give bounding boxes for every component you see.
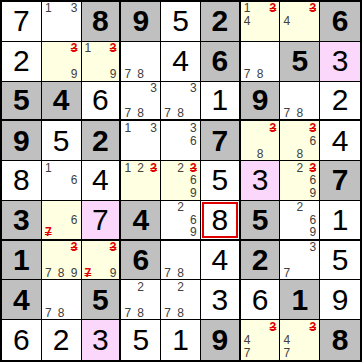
- empty-candidate-slot: [187, 293, 200, 306]
- empty-candidate-slot: [280, 121, 293, 134]
- given-digit: 9: [121, 2, 160, 41]
- cell-r9c4[interactable]: 5: [121, 320, 161, 360]
- candidate-grid: 139: [82, 42, 120, 81]
- cell-r5c8[interactable]: 2369: [280, 161, 320, 201]
- entered-digit: 6: [2, 320, 41, 360]
- cell-r5c2[interactable]: 16: [42, 161, 82, 201]
- empty-candidate-slot: [121, 94, 134, 107]
- given-digit: 2: [201, 2, 239, 41]
- empty-candidate-slot: [293, 213, 306, 226]
- candidate-digit: 9: [68, 68, 81, 81]
- given-digit: 2: [82, 121, 120, 160]
- empty-candidate-slot: [161, 213, 174, 226]
- empty-candidate-slot: [82, 254, 95, 267]
- candidate-digit: 1: [241, 2, 254, 15]
- given-digit: 8: [320, 320, 360, 360]
- empty-candidate-slot: [68, 306, 81, 319]
- empty-candidate-slot: [121, 174, 134, 187]
- candidate-digit: 9: [306, 226, 319, 239]
- empty-candidate-slot: [68, 226, 81, 239]
- empty-candidate-slot: [293, 320, 306, 333]
- empty-candidate-slot: [293, 347, 306, 360]
- empty-candidate-slot: [241, 55, 254, 68]
- empty-candidate-slot: [306, 15, 319, 28]
- cell-r5c4[interactable]: 123: [121, 161, 161, 201]
- candidate-digit: 6: [187, 134, 200, 147]
- empty-candidate-slot: [161, 293, 174, 306]
- given-digit: 3: [2, 201, 41, 239]
- cell-r9c9[interactable]: 8: [320, 320, 360, 360]
- candidate-digit: 7: [161, 267, 174, 280]
- cell-r1c6[interactable]: 2: [201, 2, 241, 42]
- candidate-digit: 6: [306, 134, 319, 147]
- empty-candidate-slot: [121, 280, 134, 293]
- given-digit: 5: [82, 280, 120, 319]
- empty-candidate-slot: [280, 2, 293, 15]
- cell-r9c5[interactable]: 1: [161, 320, 201, 360]
- candidate-digit: 7: [280, 267, 293, 280]
- empty-candidate-slot: [134, 174, 147, 187]
- cell-r6c9[interactable]: 1: [320, 201, 360, 241]
- candidate-digit: 8: [293, 107, 306, 120]
- candidate-digit: 9: [107, 267, 120, 280]
- empty-candidate-slot: [306, 254, 319, 267]
- candidate-digit: 8: [134, 68, 147, 81]
- empty-candidate-slot: [68, 187, 81, 200]
- empty-candidate-slot: [293, 28, 306, 41]
- empty-candidate-slot: [55, 254, 68, 267]
- eliminated-candidate: 3: [68, 42, 81, 55]
- cell-r1c2[interactable]: 13: [42, 2, 82, 42]
- given-digit: 9: [201, 320, 239, 360]
- empty-candidate-slot: [94, 68, 107, 81]
- entered-digit: 2: [42, 320, 81, 360]
- entered-digit: 6: [241, 280, 280, 319]
- empty-candidate-slot: [94, 254, 107, 267]
- cell-r1c7[interactable]: 134: [241, 2, 281, 42]
- empty-candidate-slot: [174, 94, 187, 107]
- empty-candidate-slot: [68, 201, 81, 214]
- empty-candidate-slot: [280, 28, 293, 41]
- cell-r7c2[interactable]: 3789: [42, 241, 82, 281]
- entered-digit: 9: [320, 280, 360, 319]
- candidate-grid: 3789: [42, 241, 81, 280]
- cell-r4c4[interactable]: 13: [121, 121, 161, 161]
- candidate-digit: 9: [68, 267, 81, 280]
- empty-candidate-slot: [306, 347, 319, 360]
- empty-candidate-slot: [42, 254, 55, 267]
- empty-candidate-slot: [55, 174, 68, 187]
- cell-r3c3[interactable]: 6: [82, 82, 122, 122]
- empty-candidate-slot: [306, 107, 319, 120]
- cell-r4c6[interactable]: 7: [201, 121, 241, 161]
- candidate-grid: 2369: [280, 161, 319, 200]
- cell-r6c6[interactable]: 8: [201, 201, 241, 241]
- cell-r6c4[interactable]: 4: [121, 201, 161, 241]
- empty-candidate-slot: [121, 134, 134, 147]
- empty-candidate-slot: [174, 147, 187, 160]
- cell-r6c8[interactable]: 269: [280, 201, 320, 241]
- cell-r5c3[interactable]: 4: [82, 161, 122, 201]
- empty-candidate-slot: [306, 94, 319, 107]
- empty-candidate-slot: [55, 15, 68, 28]
- cell-r2c9[interactable]: 3: [320, 42, 360, 82]
- entered-digit: 7: [82, 201, 120, 239]
- empty-candidate-slot: [55, 2, 68, 15]
- empty-candidate-slot: [134, 55, 147, 68]
- empty-candidate-slot: [161, 241, 174, 254]
- empty-candidate-slot: [42, 187, 55, 200]
- empty-candidate-slot: [147, 174, 160, 187]
- cell-r1c9[interactable]: 6: [320, 2, 360, 42]
- candidate-digit: 1: [42, 2, 55, 15]
- cell-r4c7[interactable]: 38: [241, 121, 281, 161]
- candidate-grid: 347: [280, 320, 319, 360]
- empty-candidate-slot: [42, 42, 55, 55]
- empty-candidate-slot: [161, 161, 174, 174]
- empty-candidate-slot: [280, 254, 293, 267]
- candidate-digit: 2: [134, 161, 147, 174]
- entered-digit: 5: [320, 241, 360, 280]
- empty-candidate-slot: [241, 42, 254, 55]
- cell-r4c8[interactable]: 368: [280, 121, 320, 161]
- entered-digit: 7: [2, 2, 41, 41]
- candidate-digit: 8: [254, 68, 267, 81]
- empty-candidate-slot: [134, 147, 147, 160]
- empty-candidate-slot: [174, 254, 187, 267]
- cell-r6c5[interactable]: 269: [161, 201, 201, 241]
- empty-candidate-slot: [134, 94, 147, 107]
- candidate-digit: 7: [280, 107, 293, 120]
- candidate-digit: 6: [306, 213, 319, 226]
- empty-candidate-slot: [187, 201, 200, 214]
- candidate-digit: 6: [68, 174, 81, 187]
- given-digit: 8: [82, 2, 120, 41]
- cell-r5c7[interactable]: 3: [241, 161, 281, 201]
- empty-candidate-slot: [187, 241, 200, 254]
- empty-candidate-slot: [134, 187, 147, 200]
- empty-candidate-slot: [267, 15, 280, 28]
- empty-candidate-slot: [68, 28, 81, 41]
- entered-digit: 8: [2, 161, 41, 200]
- cell-r3c2[interactable]: 4: [42, 82, 82, 122]
- cell-r1c5[interactable]: 5: [161, 2, 201, 42]
- cell-r9c1[interactable]: 6: [2, 320, 42, 360]
- cell-r9c2[interactable]: 2: [42, 320, 82, 360]
- cell-r2c4[interactable]: 78: [121, 42, 161, 82]
- empty-candidate-slot: [280, 147, 293, 160]
- empty-candidate-slot: [187, 254, 200, 267]
- candidate-grid: 134: [241, 2, 280, 41]
- candidate-digit: 6: [187, 174, 200, 187]
- empty-candidate-slot: [42, 55, 55, 68]
- given-digit: 5: [241, 201, 280, 239]
- empty-candidate-slot: [254, 121, 267, 134]
- empty-candidate-slot: [280, 82, 293, 95]
- entered-digit: 4: [82, 161, 120, 200]
- candidate-digit: 3: [147, 82, 160, 95]
- cell-r2c8[interactable]: 5: [280, 42, 320, 82]
- entered-digit: 4: [201, 241, 239, 280]
- cell-r7c7[interactable]: 2: [241, 241, 281, 281]
- given-digit: 9: [241, 82, 280, 120]
- candidate-digit: 3: [187, 121, 200, 134]
- empty-candidate-slot: [293, 2, 306, 15]
- cell-r9c6[interactable]: 9: [201, 320, 241, 360]
- empty-candidate-slot: [306, 147, 319, 160]
- given-digit: 6: [121, 241, 160, 280]
- empty-candidate-slot: [280, 134, 293, 147]
- candidate-digit: 3: [306, 241, 319, 254]
- cell-r4c1[interactable]: 9: [2, 121, 42, 161]
- empty-candidate-slot: [187, 306, 200, 319]
- eliminated-candidate: 3: [147, 161, 160, 174]
- empty-candidate-slot: [147, 134, 160, 147]
- empty-candidate-slot: [174, 241, 187, 254]
- cell-r7c1[interactable]: 1: [2, 241, 42, 281]
- cell-r5c9[interactable]: 7: [320, 161, 360, 201]
- empty-candidate-slot: [55, 161, 68, 174]
- eliminated-candidate: 3: [267, 121, 280, 134]
- eliminated-candidate: 3: [107, 241, 120, 254]
- candidate-grid: 36: [161, 121, 200, 160]
- given-digit: 6: [320, 2, 360, 41]
- candidate-digit: 9: [107, 68, 120, 81]
- candidate-grid: 269: [280, 201, 319, 239]
- cell-r7c8[interactable]: 37: [280, 241, 320, 281]
- cell-r9c8[interactable]: 347: [280, 320, 320, 360]
- empty-candidate-slot: [147, 55, 160, 68]
- empty-candidate-slot: [42, 293, 55, 306]
- candidate-digit: 7: [161, 107, 174, 120]
- empty-candidate-slot: [241, 134, 254, 147]
- cell-r6c1[interactable]: 3: [2, 201, 42, 241]
- empty-candidate-slot: [94, 241, 107, 254]
- candidate-grid: 378: [161, 82, 200, 120]
- candidate-grid: 347: [241, 320, 280, 360]
- empty-candidate-slot: [241, 28, 254, 41]
- empty-candidate-slot: [187, 107, 200, 120]
- empty-candidate-slot: [293, 241, 306, 254]
- cell-r8c8[interactable]: 1: [280, 280, 320, 320]
- cell-r8c4[interactable]: 278: [121, 280, 161, 320]
- candidate-digit: 7: [241, 347, 254, 360]
- cell-r1c4[interactable]: 9: [121, 2, 161, 42]
- empty-candidate-slot: [55, 293, 68, 306]
- sudoku-board: 7138952134346239139784678535463783781978…: [0, 0, 362, 362]
- empty-candidate-slot: [254, 2, 267, 15]
- empty-candidate-slot: [121, 147, 134, 160]
- empty-candidate-slot: [267, 68, 280, 81]
- empty-candidate-slot: [55, 241, 68, 254]
- empty-candidate-slot: [121, 82, 134, 95]
- cell-r2c1[interactable]: 2: [2, 42, 42, 82]
- candidate-digit: 8: [174, 107, 187, 120]
- cell-r6c2[interactable]: 67: [42, 201, 82, 241]
- cell-r5c1[interactable]: 8: [2, 161, 42, 201]
- candidate-digit: 7: [161, 306, 174, 319]
- empty-candidate-slot: [161, 94, 174, 107]
- empty-candidate-slot: [82, 55, 95, 68]
- empty-candidate-slot: [306, 333, 319, 346]
- empty-candidate-slot: [187, 267, 200, 280]
- cell-r3c1[interactable]: 5: [2, 82, 42, 122]
- empty-candidate-slot: [254, 134, 267, 147]
- candidate-grid: 123: [121, 161, 160, 200]
- empty-candidate-slot: [121, 187, 134, 200]
- cell-r4c2[interactable]: 5: [42, 121, 82, 161]
- empty-candidate-slot: [241, 320, 254, 333]
- empty-candidate-slot: [147, 147, 160, 160]
- cell-r5c5[interactable]: 2369: [161, 161, 201, 201]
- eliminated-candidate: 3: [267, 320, 280, 333]
- cell-r3c8[interactable]: 78: [280, 82, 320, 122]
- empty-candidate-slot: [174, 226, 187, 239]
- cell-r7c3[interactable]: 379: [82, 241, 122, 281]
- cell-r8c6[interactable]: 3: [201, 280, 241, 320]
- empty-candidate-slot: [174, 82, 187, 95]
- cell-r4c9[interactable]: 4: [320, 121, 360, 161]
- candidate-grid: 13: [121, 121, 160, 160]
- candidate-digit: 9: [187, 226, 200, 239]
- cell-r8c3[interactable]: 5: [82, 280, 122, 320]
- given-digit: 4: [42, 82, 81, 120]
- empty-candidate-slot: [161, 174, 174, 187]
- cell-r7c5[interactable]: 78: [161, 241, 201, 281]
- candidate-digit: 8: [134, 107, 147, 120]
- empty-candidate-slot: [306, 267, 319, 280]
- entered-digit: 8: [201, 201, 239, 239]
- cell-r1c1[interactable]: 7: [2, 2, 42, 42]
- candidate-digit: 8: [134, 306, 147, 319]
- empty-candidate-slot: [241, 147, 254, 160]
- empty-candidate-slot: [174, 134, 187, 147]
- empty-candidate-slot: [241, 121, 254, 134]
- candidate-grid: 368: [280, 121, 319, 160]
- candidate-grid: 34: [280, 2, 319, 41]
- cell-r2c7[interactable]: 78: [241, 42, 281, 82]
- empty-candidate-slot: [187, 147, 200, 160]
- entered-digit: 2: [320, 82, 360, 120]
- candidate-digit: 3: [147, 121, 160, 134]
- empty-candidate-slot: [82, 241, 95, 254]
- cell-r4c5[interactable]: 36: [161, 121, 201, 161]
- candidate-grid: 269: [161, 201, 200, 239]
- cell-r3c4[interactable]: 378: [121, 82, 161, 122]
- eliminated-candidate: 3: [306, 2, 319, 15]
- cell-r8c1[interactable]: 4: [2, 280, 42, 320]
- empty-candidate-slot: [94, 42, 107, 55]
- cell-r8c2[interactable]: 78: [42, 280, 82, 320]
- entered-digit: 2: [2, 42, 41, 81]
- cell-r2c6[interactable]: 6: [201, 42, 241, 82]
- candidate-digit: 9: [187, 187, 200, 200]
- empty-candidate-slot: [254, 42, 267, 55]
- candidate-digit: 2: [293, 161, 306, 174]
- cell-r7c9[interactable]: 5: [320, 241, 360, 281]
- cell-r3c7[interactable]: 9: [241, 82, 281, 122]
- cell-r7c4[interactable]: 6: [121, 241, 161, 281]
- candidate-grid: 67: [42, 201, 81, 239]
- empty-candidate-slot: [161, 82, 174, 95]
- empty-candidate-slot: [293, 94, 306, 107]
- candidate-grid: 278: [121, 280, 160, 319]
- empty-candidate-slot: [254, 15, 267, 28]
- empty-candidate-slot: [121, 42, 134, 55]
- candidate-digit: 1: [42, 161, 55, 174]
- entered-digit: 3: [201, 280, 239, 319]
- cell-r6c7[interactable]: 5: [241, 201, 281, 241]
- candidate-digit: 6: [68, 213, 81, 226]
- cell-r7c6[interactable]: 4: [201, 241, 241, 281]
- empty-candidate-slot: [280, 174, 293, 187]
- cell-r4c3[interactable]: 2: [82, 121, 122, 161]
- empty-candidate-slot: [147, 107, 160, 120]
- empty-candidate-slot: [161, 187, 174, 200]
- cell-r5c6[interactable]: 5: [201, 161, 241, 201]
- cell-r2c2[interactable]: 39: [42, 42, 82, 82]
- candidate-grid: 78: [280, 82, 319, 120]
- cell-r2c5[interactable]: 4: [161, 42, 201, 82]
- empty-candidate-slot: [280, 320, 293, 333]
- empty-candidate-slot: [267, 333, 280, 346]
- given-digit: 9: [2, 121, 41, 160]
- candidate-grid: 16: [42, 161, 81, 200]
- empty-candidate-slot: [68, 280, 81, 293]
- empty-candidate-slot: [280, 187, 293, 200]
- cell-r6c3[interactable]: 7: [82, 201, 122, 241]
- candidate-digit: 2: [174, 201, 187, 214]
- given-digit: 7: [320, 161, 360, 200]
- candidate-digit: 4: [241, 333, 254, 346]
- candidate-grid: 13: [42, 2, 81, 41]
- candidate-digit: 9: [306, 187, 319, 200]
- empty-candidate-slot: [55, 187, 68, 200]
- empty-candidate-slot: [42, 213, 55, 226]
- entered-digit: 4: [320, 121, 360, 160]
- empty-candidate-slot: [55, 280, 68, 293]
- empty-candidate-slot: [280, 94, 293, 107]
- empty-candidate-slot: [147, 280, 160, 293]
- cell-r1c8[interactable]: 34: [280, 2, 320, 42]
- candidate-digit: 7: [42, 267, 55, 280]
- empty-candidate-slot: [161, 201, 174, 214]
- cell-r3c6[interactable]: 1: [201, 82, 241, 122]
- cell-r2c3[interactable]: 139: [82, 42, 122, 82]
- empty-candidate-slot: [94, 55, 107, 68]
- eliminated-candidate: 3: [306, 121, 319, 134]
- cell-r9c3[interactable]: 3: [82, 320, 122, 360]
- empty-candidate-slot: [134, 293, 147, 306]
- cell-r8c9[interactable]: 9: [320, 280, 360, 320]
- empty-candidate-slot: [280, 201, 293, 214]
- empty-candidate-slot: [42, 15, 55, 28]
- candidate-digit: 1: [82, 42, 95, 55]
- empty-candidate-slot: [107, 55, 120, 68]
- entered-digit: 5: [121, 320, 160, 360]
- cell-r8c5[interactable]: 278: [161, 280, 201, 320]
- empty-candidate-slot: [134, 42, 147, 55]
- cell-r1c3[interactable]: 8: [82, 2, 122, 42]
- candidate-digit: 8: [55, 306, 68, 319]
- cell-r9c7[interactable]: 347: [241, 320, 281, 360]
- empty-candidate-slot: [55, 55, 68, 68]
- cell-r8c7[interactable]: 6: [241, 280, 281, 320]
- cell-r3c5[interactable]: 378: [161, 82, 201, 122]
- candidate-digit: 7: [241, 68, 254, 81]
- empty-candidate-slot: [161, 226, 174, 239]
- cell-r3c9[interactable]: 2: [320, 82, 360, 122]
